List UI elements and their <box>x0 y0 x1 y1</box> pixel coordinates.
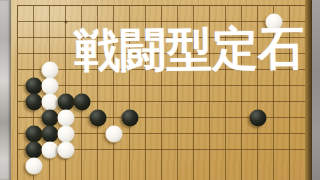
white-stone <box>58 142 75 159</box>
black-stone <box>122 110 139 127</box>
white-stone <box>58 110 75 127</box>
star-point <box>65 21 68 24</box>
black-stone <box>26 142 43 159</box>
white-stone <box>42 94 59 111</box>
black-stone <box>42 110 59 127</box>
black-stone <box>26 94 43 111</box>
black-stone <box>58 94 75 111</box>
white-stone <box>26 158 43 175</box>
black-stone <box>250 110 267 127</box>
black-stone <box>26 78 43 95</box>
title-overlay: 戦闘型定石 <box>74 23 305 76</box>
black-stone <box>42 126 59 143</box>
video-thumbnail-frame: 戦闘型定石 <box>0 0 320 180</box>
white-stone <box>106 126 123 143</box>
white-stone <box>42 78 59 95</box>
grid-line <box>18 85 306 86</box>
table-surface-left <box>0 0 11 180</box>
white-stone <box>58 126 75 143</box>
black-stone <box>26 126 43 143</box>
white-stone <box>42 62 59 79</box>
black-stone <box>74 94 91 111</box>
black-stone <box>90 110 107 127</box>
white-stone <box>42 142 59 159</box>
table-surface-right <box>312 0 320 180</box>
